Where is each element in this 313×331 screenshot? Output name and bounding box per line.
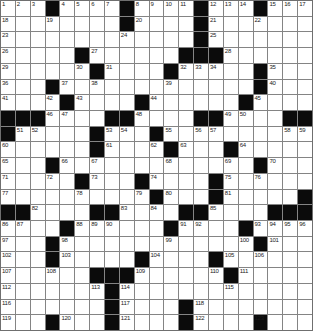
grid-cell[interactable] — [46, 142, 60, 157]
grid-cell[interactable] — [254, 190, 268, 205]
grid-cell[interactable]: 27 — [90, 48, 104, 63]
grid-cell[interactable] — [90, 190, 104, 205]
grid-cell[interactable]: 43 — [75, 95, 89, 110]
grid-cell[interactable] — [239, 315, 253, 330]
grid-cell[interactable] — [194, 142, 208, 157]
grid-cell[interactable] — [179, 237, 193, 252]
grid-cell[interactable] — [283, 237, 297, 252]
grid-cell[interactable] — [209, 142, 223, 157]
grid-cell[interactable]: 76 — [254, 174, 268, 189]
grid-cell[interactable] — [31, 80, 45, 95]
grid-cell[interactable] — [120, 221, 134, 236]
grid-cell[interactable] — [254, 142, 268, 157]
grid-cell[interactable] — [150, 237, 164, 252]
grid-cell[interactable] — [194, 158, 208, 173]
grid-cell[interactable] — [46, 221, 60, 236]
grid-cell[interactable]: 26 — [1, 48, 15, 63]
grid-cell[interactable]: 17 — [298, 1, 312, 16]
grid-cell[interactable]: 22 — [254, 17, 268, 32]
grid-cell[interactable] — [60, 174, 74, 189]
grid-cell[interactable] — [239, 190, 253, 205]
grid-cell[interactable] — [90, 315, 104, 330]
grid-cell[interactable] — [150, 221, 164, 236]
grid-cell[interactable] — [16, 95, 30, 110]
grid-cell[interactable] — [194, 174, 208, 189]
grid-cell[interactable]: 31 — [105, 64, 119, 79]
grid-cell[interactable] — [224, 205, 238, 220]
grid-cell[interactable] — [31, 221, 45, 236]
grid-cell[interactable] — [298, 252, 312, 267]
grid-cell[interactable] — [105, 252, 119, 267]
grid-cell[interactable] — [283, 158, 297, 173]
grid-cell[interactable] — [90, 95, 104, 110]
grid-cell[interactable] — [283, 300, 297, 315]
grid-cell[interactable] — [224, 127, 238, 142]
grid-cell[interactable] — [135, 80, 149, 95]
grid-cell[interactable]: 85 — [209, 205, 223, 220]
grid-cell[interactable] — [16, 300, 30, 315]
grid-cell[interactable]: 56 — [194, 127, 208, 142]
grid-cell[interactable] — [31, 48, 45, 63]
grid-cell[interactable]: 62 — [150, 142, 164, 157]
grid-cell[interactable] — [164, 17, 178, 32]
grid-cell[interactable] — [31, 252, 45, 267]
grid-cell[interactable] — [209, 284, 223, 299]
grid-cell[interactable] — [164, 205, 178, 220]
grid-cell[interactable] — [164, 174, 178, 189]
grid-cell[interactable]: 67 — [90, 158, 104, 173]
grid-cell[interactable]: 119 — [1, 315, 15, 330]
grid-cell[interactable] — [31, 268, 45, 283]
grid-cell[interactable] — [283, 64, 297, 79]
grid-cell[interactable]: 122 — [194, 315, 208, 330]
grid-cell[interactable]: 97 — [1, 237, 15, 252]
grid-cell[interactable] — [164, 111, 178, 126]
grid-cell[interactable] — [268, 174, 282, 189]
grid-cell[interactable] — [31, 300, 45, 315]
grid-cell[interactable]: 115 — [224, 284, 238, 299]
grid-cell[interactable] — [75, 268, 89, 283]
grid-cell[interactable] — [224, 95, 238, 110]
grid-cell[interactable] — [194, 284, 208, 299]
grid-cell[interactable]: 19 — [46, 17, 60, 32]
grid-cell[interactable] — [16, 315, 30, 330]
grid-cell[interactable] — [31, 174, 45, 189]
grid-cell[interactable] — [224, 80, 238, 95]
grid-cell[interactable] — [120, 142, 134, 157]
grid-cell[interactable] — [150, 64, 164, 79]
grid-cell[interactable] — [16, 80, 30, 95]
grid-cell[interactable]: 12 — [209, 1, 223, 16]
grid-cell[interactable] — [164, 315, 178, 330]
grid-cell[interactable]: 92 — [194, 221, 208, 236]
grid-cell[interactable]: 79 — [135, 190, 149, 205]
grid-cell[interactable] — [239, 17, 253, 32]
grid-cell[interactable] — [298, 300, 312, 315]
grid-cell[interactable] — [239, 80, 253, 95]
grid-cell[interactable] — [105, 190, 119, 205]
grid-cell[interactable]: 25 — [209, 32, 223, 47]
grid-cell[interactable] — [135, 158, 149, 173]
grid-cell[interactable]: 11 — [179, 1, 193, 16]
grid-cell[interactable]: 16 — [283, 1, 297, 16]
grid-cell[interactable]: 42 — [46, 95, 60, 110]
grid-cell[interactable]: 15 — [268, 1, 282, 16]
grid-cell[interactable] — [179, 268, 193, 283]
grid-cell[interactable]: 105 — [224, 252, 238, 267]
grid-cell[interactable] — [75, 300, 89, 315]
grid-cell[interactable] — [179, 252, 193, 267]
grid-cell[interactable]: 78 — [75, 190, 89, 205]
grid-cell[interactable] — [298, 32, 312, 47]
grid-cell[interactable]: 104 — [150, 252, 164, 267]
grid-cell[interactable] — [209, 95, 223, 110]
grid-cell[interactable] — [179, 111, 193, 126]
grid-cell[interactable] — [164, 252, 178, 267]
grid-cell[interactable] — [46, 190, 60, 205]
grid-cell[interactable]: 54 — [120, 127, 134, 142]
grid-cell[interactable] — [135, 315, 149, 330]
grid-cell[interactable]: 29 — [1, 64, 15, 79]
grid-cell[interactable] — [16, 174, 30, 189]
grid-cell[interactable] — [164, 300, 178, 315]
grid-cell[interactable]: 82 — [31, 205, 45, 220]
grid-cell[interactable] — [239, 127, 253, 142]
grid-cell[interactable] — [254, 300, 268, 315]
grid-cell[interactable] — [60, 127, 74, 142]
grid-cell[interactable] — [298, 95, 312, 110]
grid-cell[interactable] — [135, 64, 149, 79]
grid-cell[interactable] — [150, 80, 164, 95]
grid-cell[interactable] — [268, 95, 282, 110]
grid-cell[interactable] — [31, 315, 45, 330]
grid-cell[interactable] — [268, 252, 282, 267]
grid-cell[interactable] — [75, 111, 89, 126]
grid-cell[interactable] — [254, 284, 268, 299]
grid-cell[interactable]: 94 — [268, 221, 282, 236]
grid-cell[interactable] — [75, 32, 89, 47]
grid-cell[interactable] — [60, 190, 74, 205]
grid-cell[interactable] — [16, 48, 30, 63]
grid-cell[interactable]: 99 — [164, 237, 178, 252]
grid-cell[interactable]: 96 — [298, 221, 312, 236]
grid-cell[interactable]: 107 — [1, 268, 15, 283]
grid-cell[interactable] — [31, 64, 45, 79]
grid-cell[interactable]: 28 — [224, 48, 238, 63]
grid-cell[interactable] — [209, 158, 223, 173]
grid-cell[interactable] — [224, 64, 238, 79]
grid-cell[interactable]: 90 — [105, 221, 119, 236]
grid-cell[interactable] — [268, 300, 282, 315]
grid-cell[interactable]: 61 — [105, 142, 119, 157]
grid-cell[interactable] — [283, 48, 297, 63]
grid-cell[interactable]: 21 — [209, 17, 223, 32]
grid-cell[interactable]: 32 — [179, 64, 193, 79]
grid-cell[interactable]: 51 — [16, 127, 30, 142]
grid-cell[interactable] — [16, 284, 30, 299]
grid-cell[interactable] — [179, 158, 193, 173]
grid-cell[interactable] — [75, 158, 89, 173]
grid-cell[interactable]: 33 — [194, 64, 208, 79]
grid-cell[interactable] — [164, 48, 178, 63]
grid-cell[interactable] — [209, 300, 223, 315]
grid-cell[interactable] — [120, 80, 134, 95]
grid-cell[interactable] — [239, 158, 253, 173]
grid-cell[interactable]: 87 — [16, 221, 30, 236]
grid-cell[interactable] — [90, 300, 104, 315]
grid-cell[interactable] — [31, 32, 45, 47]
grid-cell[interactable] — [179, 174, 193, 189]
grid-cell[interactable]: 72 — [46, 174, 60, 189]
grid-cell[interactable]: 118 — [194, 300, 208, 315]
grid-cell[interactable] — [298, 142, 312, 157]
grid-cell[interactable] — [135, 32, 149, 47]
grid-cell[interactable] — [46, 64, 60, 79]
grid-cell[interactable]: 3 — [31, 1, 45, 16]
grid-cell[interactable] — [179, 17, 193, 32]
grid-cell[interactable] — [31, 284, 45, 299]
grid-cell[interactable] — [268, 315, 282, 330]
grid-cell[interactable] — [179, 284, 193, 299]
grid-cell[interactable] — [209, 221, 223, 236]
grid-cell[interactable] — [179, 190, 193, 205]
grid-cell[interactable]: 30 — [75, 64, 89, 79]
grid-cell[interactable] — [268, 32, 282, 47]
grid-cell[interactable]: 121 — [120, 315, 134, 330]
grid-cell[interactable] — [298, 80, 312, 95]
grid-cell[interactable] — [31, 142, 45, 157]
grid-cell[interactable]: 83 — [120, 205, 134, 220]
grid-cell[interactable] — [46, 300, 60, 315]
grid-cell[interactable]: 10 — [164, 1, 178, 16]
grid-cell[interactable]: 49 — [224, 111, 238, 126]
grid-cell[interactable] — [90, 32, 104, 47]
grid-cell[interactable] — [194, 190, 208, 205]
grid-cell[interactable]: 73 — [90, 174, 104, 189]
grid-cell[interactable] — [150, 158, 164, 173]
grid-cell[interactable]: 8 — [135, 1, 149, 16]
grid-cell[interactable] — [283, 284, 297, 299]
grid-cell[interactable] — [90, 17, 104, 32]
grid-cell[interactable]: 39 — [164, 80, 178, 95]
grid-cell[interactable] — [120, 174, 134, 189]
grid-cell[interactable] — [60, 284, 74, 299]
grid-cell[interactable] — [31, 190, 45, 205]
grid-cell[interactable] — [194, 252, 208, 267]
grid-cell[interactable] — [209, 80, 223, 95]
grid-cell[interactable] — [31, 17, 45, 32]
grid-cell[interactable] — [120, 48, 134, 63]
grid-cell[interactable] — [283, 32, 297, 47]
grid-cell[interactable] — [135, 237, 149, 252]
grid-cell[interactable]: 6 — [90, 1, 104, 16]
grid-cell[interactable]: 110 — [209, 268, 223, 283]
grid-cell[interactable] — [164, 95, 178, 110]
grid-cell[interactable]: 86 — [1, 221, 15, 236]
grid-cell[interactable] — [283, 252, 297, 267]
grid-cell[interactable]: 77 — [1, 190, 15, 205]
grid-cell[interactable] — [298, 174, 312, 189]
grid-cell[interactable] — [150, 48, 164, 63]
grid-cell[interactable]: 100 — [239, 237, 253, 252]
grid-cell[interactable] — [75, 237, 89, 252]
grid-cell[interactable] — [268, 268, 282, 283]
grid-cell[interactable] — [179, 95, 193, 110]
grid-cell[interactable] — [224, 17, 238, 32]
grid-cell[interactable]: 38 — [90, 80, 104, 95]
grid-cell[interactable]: 5 — [75, 1, 89, 16]
grid-cell[interactable] — [150, 111, 164, 126]
grid-cell[interactable] — [90, 237, 104, 252]
grid-cell[interactable]: 13 — [224, 1, 238, 16]
grid-cell[interactable] — [239, 284, 253, 299]
grid-cell[interactable] — [135, 205, 149, 220]
grid-cell[interactable] — [283, 95, 297, 110]
grid-cell[interactable] — [16, 268, 30, 283]
grid-cell[interactable] — [16, 190, 30, 205]
grid-cell[interactable] — [239, 300, 253, 315]
grid-cell[interactable]: 70 — [268, 158, 282, 173]
grid-cell[interactable] — [16, 142, 30, 157]
grid-cell[interactable] — [105, 237, 119, 252]
grid-cell[interactable] — [254, 32, 268, 47]
grid-cell[interactable] — [120, 64, 134, 79]
grid-cell[interactable] — [105, 48, 119, 63]
grid-cell[interactable]: 1 — [1, 1, 15, 16]
grid-cell[interactable]: 112 — [1, 284, 15, 299]
grid-cell[interactable] — [60, 300, 74, 315]
grid-cell[interactable] — [209, 237, 223, 252]
grid-cell[interactable]: 20 — [135, 17, 149, 32]
grid-cell[interactable]: 69 — [224, 158, 238, 173]
grid-cell[interactable] — [164, 284, 178, 299]
grid-cell[interactable] — [120, 252, 134, 267]
grid-cell[interactable]: 18 — [1, 17, 15, 32]
grid-cell[interactable] — [16, 17, 30, 32]
grid-cell[interactable] — [194, 80, 208, 95]
grid-cell[interactable] — [268, 190, 282, 205]
grid-cell[interactable] — [283, 174, 297, 189]
grid-cell[interactable] — [120, 95, 134, 110]
grid-cell[interactable]: 93 — [254, 221, 268, 236]
grid-cell[interactable]: 84 — [150, 205, 164, 220]
grid-cell[interactable]: 65 — [1, 158, 15, 173]
grid-cell[interactable]: 50 — [239, 111, 253, 126]
grid-cell[interactable] — [224, 315, 238, 330]
grid-cell[interactable]: 40 — [268, 80, 282, 95]
grid-cell[interactable] — [105, 174, 119, 189]
grid-cell[interactable] — [46, 32, 60, 47]
grid-cell[interactable] — [16, 252, 30, 267]
grid-cell[interactable] — [46, 284, 60, 299]
grid-cell[interactable] — [105, 17, 119, 32]
grid-cell[interactable] — [60, 205, 74, 220]
grid-cell[interactable]: 68 — [164, 158, 178, 173]
grid-cell[interactable] — [298, 64, 312, 79]
grid-cell[interactable] — [60, 64, 74, 79]
grid-cell[interactable] — [298, 315, 312, 330]
grid-cell[interactable] — [75, 252, 89, 267]
grid-cell[interactable] — [120, 190, 134, 205]
grid-cell[interactable]: 23 — [1, 32, 15, 47]
grid-cell[interactable] — [239, 64, 253, 79]
grid-cell[interactable]: 109 — [135, 268, 149, 283]
grid-cell[interactable] — [31, 237, 45, 252]
grid-cell[interactable] — [283, 190, 297, 205]
grid-cell[interactable]: 36 — [1, 80, 15, 95]
grid-cell[interactable] — [75, 142, 89, 157]
grid-cell[interactable] — [60, 268, 74, 283]
grid-cell[interactable] — [298, 158, 312, 173]
grid-cell[interactable] — [75, 315, 89, 330]
grid-cell[interactable]: 108 — [46, 268, 60, 283]
grid-cell[interactable]: 44 — [150, 95, 164, 110]
grid-cell[interactable]: 9 — [150, 1, 164, 16]
grid-cell[interactable] — [254, 111, 268, 126]
grid-cell[interactable]: 37 — [60, 80, 74, 95]
grid-cell[interactable] — [254, 205, 268, 220]
grid-cell[interactable] — [150, 268, 164, 283]
grid-cell[interactable] — [16, 32, 30, 47]
grid-cell[interactable]: 113 — [90, 284, 104, 299]
grid-cell[interactable]: 66 — [60, 158, 74, 173]
grid-cell[interactable]: 91 — [179, 221, 193, 236]
grid-cell[interactable]: 71 — [1, 174, 15, 189]
grid-cell[interactable]: 45 — [254, 95, 268, 110]
grid-cell[interactable] — [194, 237, 208, 252]
grid-cell[interactable] — [239, 252, 253, 267]
grid-cell[interactable]: 34 — [209, 64, 223, 79]
grid-cell[interactable] — [150, 17, 164, 32]
grid-cell[interactable] — [224, 237, 238, 252]
grid-cell[interactable] — [60, 32, 74, 47]
grid-cell[interactable] — [239, 32, 253, 47]
grid-cell[interactable] — [283, 80, 297, 95]
grid-cell[interactable]: 58 — [283, 127, 297, 142]
grid-cell[interactable] — [120, 158, 134, 173]
grid-cell[interactable] — [75, 80, 89, 95]
grid-cell[interactable] — [75, 17, 89, 32]
grid-cell[interactable] — [224, 32, 238, 47]
grid-cell[interactable] — [239, 48, 253, 63]
grid-cell[interactable]: 117 — [120, 300, 134, 315]
grid-cell[interactable] — [179, 80, 193, 95]
grid-cell[interactable] — [46, 205, 60, 220]
grid-cell[interactable]: 60 — [1, 142, 15, 157]
grid-cell[interactable] — [298, 237, 312, 252]
grid-cell[interactable] — [120, 237, 134, 252]
grid-cell[interactable]: 101 — [268, 237, 282, 252]
grid-cell[interactable] — [298, 17, 312, 32]
grid-cell[interactable] — [298, 268, 312, 283]
grid-cell[interactable] — [16, 158, 30, 173]
grid-cell[interactable] — [224, 221, 238, 236]
grid-cell[interactable] — [283, 268, 297, 283]
grid-cell[interactable] — [209, 315, 223, 330]
grid-cell[interactable] — [268, 142, 282, 157]
grid-cell[interactable] — [239, 174, 253, 189]
grid-cell[interactable] — [283, 142, 297, 157]
grid-cell[interactable] — [283, 17, 297, 32]
grid-cell[interactable]: 47 — [60, 111, 74, 126]
grid-cell[interactable]: 98 — [60, 237, 74, 252]
grid-cell[interactable] — [254, 48, 268, 63]
grid-cell[interactable] — [90, 252, 104, 267]
grid-cell[interactable] — [135, 48, 149, 63]
grid-cell[interactable] — [268, 17, 282, 32]
grid-cell[interactable] — [60, 17, 74, 32]
grid-cell[interactable] — [194, 268, 208, 283]
